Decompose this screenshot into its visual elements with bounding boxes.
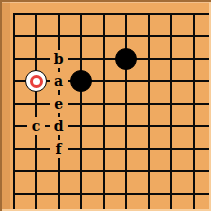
grid-line-horizontal [13, 193, 212, 195]
grid-line-horizontal [13, 35, 212, 37]
black-stone [70, 70, 92, 92]
board-edge-right [209, 0, 211, 211]
point-label-e: e [50, 95, 68, 113]
point-label-f: f [50, 140, 68, 158]
grid-line-vertical [170, 13, 172, 212]
grid-line-vertical [125, 13, 127, 212]
grid-line-vertical [148, 13, 150, 212]
circle-marker-icon [30, 75, 43, 88]
grid-line-vertical [80, 13, 82, 212]
board-edge-bottom [0, 209, 211, 211]
grid-line-horizontal [13, 103, 212, 105]
point-label-c: c [27, 117, 45, 135]
white-stone [25, 70, 47, 92]
point-label-b: b [50, 50, 68, 68]
grid-line-vertical [193, 13, 195, 212]
board-edge-top [0, 0, 211, 2]
grid-line-vertical [103, 13, 105, 212]
black-stone [115, 48, 137, 70]
go-board: baecdf [0, 0, 211, 211]
board-edge-left [0, 0, 2, 211]
grid-line-horizontal [13, 148, 212, 150]
board-edge-highlight [2, 2, 211, 3]
point-label-d: d [50, 117, 68, 135]
board-edge-shading [2, 2, 10, 209]
grid-line-vertical [35, 13, 37, 212]
grid-line-horizontal [13, 170, 212, 172]
point-label-a: a [50, 72, 68, 90]
grid-line-horizontal [13, 58, 212, 60]
grid-line-vertical [13, 13, 15, 212]
grid-line-horizontal [13, 13, 212, 15]
